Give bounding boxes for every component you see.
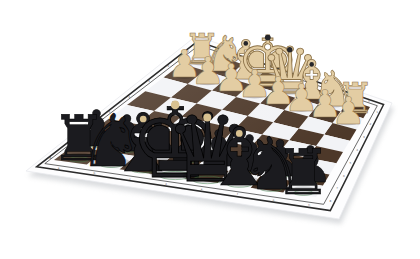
chessboard-scene: hh11gg22ff33ee44dd55cc66bb77aa88♜♞♟♝♟♚♟♛… [0,0,420,259]
coord-rank-right-7: 7 [336,186,338,190]
coord-rank-right-5: 5 [350,161,352,165]
chess-set-photo: hh11gg22ff33ee44dd55cc66bb77aa88♜♞♟♝♟♚♟♛… [0,0,420,259]
coord-rank-right-3: 3 [363,135,365,139]
coord-rank-right-4: 4 [356,148,358,152]
coord-rank-right-1: 1 [376,110,378,114]
piece-white-pawn-a2: ♟ [331,89,365,133]
coord-rank-right-2: 2 [370,122,372,126]
coord-rank-right-6: 6 [343,174,345,178]
piece-black-rook-a8: ♜ [275,136,331,209]
